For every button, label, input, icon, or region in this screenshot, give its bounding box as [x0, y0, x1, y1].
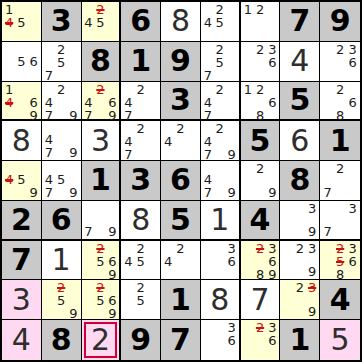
given-digit: 8 — [90, 46, 111, 76]
cell-r8c9[interactable]: 4 — [320, 280, 360, 320]
pencil-marks: 145 — [3, 3, 40, 40]
cell-r1c7[interactable]: 12 — [241, 2, 281, 42]
cell-r5c8[interactable]: 8 — [280, 161, 320, 201]
given-digit: 6 — [130, 6, 151, 36]
candidate: 9 — [306, 305, 318, 318]
candidate: 9 — [266, 186, 278, 199]
cell-r9c5[interactable]: 7 — [161, 320, 201, 360]
candidate: 2 — [174, 242, 186, 255]
cell-r1c4[interactable]: 6 — [121, 2, 161, 42]
candidate: 6 — [346, 96, 359, 109]
candidate: 7 — [83, 109, 95, 122]
candidate: 4 — [43, 173, 55, 186]
candidate: 4 — [162, 135, 174, 148]
cell-r7c5[interactable]: 24 — [161, 241, 201, 281]
pencil-marks: 268 — [321, 83, 359, 119]
cell-r3c9[interactable]: 268 — [320, 82, 360, 122]
cell-r9c1[interactable]: 4 — [2, 320, 42, 360]
candidate: 2 — [55, 83, 67, 96]
candidate: 2 — [254, 162, 266, 175]
candidate: 2 — [55, 43, 67, 56]
cell-r4c4[interactable]: 247 — [121, 121, 161, 161]
cell-r6c9[interactable]: 37 — [320, 201, 360, 241]
candidate: 4 — [162, 255, 174, 268]
pencil-marks: 236 — [321, 43, 359, 80]
given-digit: 6 — [170, 165, 191, 195]
cell-r9c8[interactable]: 1 — [280, 320, 320, 360]
user-digit: 7 — [251, 285, 270, 315]
candidate: 1 — [3, 83, 15, 96]
cell-r7c6[interactable]: 36 — [201, 241, 241, 281]
pencil-marks: 247 — [122, 83, 159, 119]
candidate: 3 — [266, 242, 278, 255]
cell-r4c5[interactable]: 24 — [161, 121, 201, 161]
candidate: 5 — [15, 173, 27, 186]
user-digit: 5 — [331, 325, 350, 355]
pencil-marks: 257 — [202, 43, 238, 80]
candidate: 2 — [334, 162, 347, 175]
candidate-struck: 4 — [3, 16, 15, 29]
cell-r8c3[interactable]: 2569 — [82, 280, 122, 320]
cell-r7c1[interactable]: 7 — [2, 241, 42, 281]
candidate: 4 — [122, 255, 134, 268]
candidate: 1 — [242, 3, 254, 16]
candidate: 6 — [266, 56, 278, 69]
cell-r3c4[interactable]: 247 — [121, 82, 161, 122]
cell-r8c8[interactable]: 239 — [280, 280, 320, 320]
candidate: 5 — [94, 255, 106, 268]
candidate: 5 — [15, 16, 27, 29]
cell-r5c7[interactable]: 29 — [241, 161, 281, 201]
pencil-marks: 1469 — [3, 83, 40, 119]
cell-r6c5[interactable]: 5 — [161, 201, 201, 241]
cell-r7c9[interactable]: 23568 — [320, 241, 360, 281]
candidate: 2 — [254, 3, 266, 16]
cell-r3c1[interactable]: 1469 — [2, 82, 42, 122]
cell-r1c5[interactable]: 8 — [161, 2, 201, 42]
pencil-marks: 257 — [43, 43, 80, 80]
candidate: 7 — [122, 148, 134, 161]
candidate: 7 — [83, 225, 95, 238]
cell-r3c8[interactable]: 5 — [280, 82, 320, 122]
candidate: 4 — [122, 96, 134, 109]
pencil-marks: 247 — [202, 83, 238, 119]
candidate-struck: 2 — [254, 321, 266, 334]
candidate: 2 — [214, 43, 226, 56]
candidate: 5 — [55, 173, 67, 186]
given-digit: 3 — [130, 165, 151, 195]
user-digit: 3 — [12, 285, 31, 315]
sudoku-board: 1453245682451279562578192572364236146924… — [0, 0, 362, 362]
candidate: 9 — [67, 146, 79, 159]
user-digit: 4 — [12, 325, 31, 355]
cell-r3c6[interactable]: 247 — [201, 82, 241, 122]
given-digit: 4 — [330, 285, 351, 315]
pencil-marks: 259 — [43, 281, 80, 318]
user-digit: 6 — [290, 126, 309, 156]
pencil-marks: 36 — [202, 242, 238, 279]
candidate: 4 — [202, 96, 214, 109]
candidate: 3 — [226, 242, 238, 255]
candidate: 9 — [306, 265, 318, 278]
cell-r4c1[interactable]: 8 — [2, 121, 42, 161]
candidate: 1 — [242, 83, 254, 96]
candidate: 9 — [106, 109, 118, 122]
candidate: 4 — [83, 96, 95, 109]
candidate: 4 — [43, 96, 55, 109]
user-digit: 8 — [210, 285, 229, 315]
candidate: 5 — [214, 56, 226, 69]
candidate: 7 — [43, 69, 55, 82]
cell-r7c2[interactable]: 1 — [42, 241, 82, 281]
candidate-struck: 4 — [3, 173, 15, 186]
pencil-marks: 36 — [202, 321, 238, 359]
cell-r1c1[interactable]: 145 — [2, 2, 42, 42]
candidate-struck: 2 — [94, 83, 106, 96]
cell-r6c6[interactable]: 1 — [201, 201, 241, 241]
pencil-marks: 39 — [281, 202, 318, 238]
pencil-marks: 29 — [242, 162, 279, 199]
candidate: 5 — [214, 16, 226, 29]
candidate: 6 — [28, 96, 40, 109]
given-digit: 8 — [289, 165, 310, 195]
cell-r9c9[interactable]: 5 — [320, 320, 360, 360]
user-digit: 1 — [210, 205, 229, 235]
cell-r4c6[interactable]: 2479 — [201, 121, 241, 161]
candidate: 2 — [334, 43, 347, 56]
candidate: 9 — [106, 268, 118, 281]
cell-r3c3[interactable]: 24679 — [82, 82, 122, 122]
candidate: 2 — [214, 83, 226, 96]
cell-r8c7[interactable]: 7 — [241, 280, 281, 320]
cell-r7c4[interactable]: 245 — [121, 241, 161, 281]
pencil-marks: 479 — [202, 162, 238, 199]
given-digit: 7 — [289, 6, 310, 36]
candidate: 9 — [28, 186, 40, 199]
cell-r5c1[interactable]: 459 — [2, 161, 42, 201]
candidate: 5 — [15, 55, 27, 68]
candidate: 6 — [346, 255, 359, 268]
candidate: 7 — [202, 69, 214, 82]
cell-r2c9[interactable]: 236 — [320, 42, 360, 82]
pencil-marks: 24679 — [83, 83, 119, 119]
candidate: 6 — [266, 96, 278, 109]
pencil-marks: 2569 — [83, 242, 119, 279]
candidate: 7 — [202, 148, 214, 161]
cell-r6c2[interactable]: 6 — [42, 201, 82, 241]
cell-r6c1[interactable]: 2 — [2, 201, 42, 241]
cell-r5c2[interactable]: 4579 — [42, 161, 82, 201]
pencil-marks: 239 — [281, 242, 318, 279]
candidate: 7 — [122, 109, 134, 122]
cell-r9c2[interactable]: 8 — [42, 320, 82, 360]
pencil-marks: 79 — [83, 202, 119, 238]
pencil-marks: 239 — [281, 281, 318, 318]
cell-r5c9[interactable]: 27 — [320, 161, 360, 201]
candidate: 9 — [67, 307, 79, 320]
given-digit: 1 — [90, 165, 111, 195]
cell-r2c8[interactable]: 4 — [280, 42, 320, 82]
given-digit: 5 — [289, 85, 310, 115]
candidate: 9 — [226, 148, 238, 161]
candidate: 6 — [346, 56, 359, 69]
given-digit: 4 — [250, 205, 271, 235]
candidate: 3 — [306, 202, 318, 215]
cell-r1c6[interactable]: 245 — [201, 2, 241, 42]
candidate: 2 — [135, 83, 147, 96]
candidate: 9 — [106, 307, 118, 320]
candidate: 5 — [135, 294, 147, 307]
pencil-marks: 2479 — [43, 83, 80, 119]
given-digit: 3 — [51, 6, 72, 36]
pencil-marks: 4579 — [43, 162, 80, 199]
cell-r5c5[interactable]: 6 — [161, 161, 201, 201]
candidate: 4 — [202, 173, 214, 186]
user-digit: 8 — [12, 126, 31, 156]
pencil-marks: 245 — [122, 242, 159, 279]
candidate: 6 — [266, 334, 278, 347]
cell-r8c2[interactable]: 259 — [42, 280, 82, 320]
cell-r1c2[interactable]: 3 — [42, 2, 82, 42]
candidate: 6 — [266, 255, 278, 268]
candidate: 2 — [135, 242, 147, 255]
candidate: 2 — [254, 83, 266, 96]
candidate: 9 — [67, 186, 79, 199]
cell-r2c6[interactable]: 257 — [201, 42, 241, 82]
given-digit: 5 — [250, 126, 271, 156]
cell-r5c6[interactable]: 479 — [201, 161, 241, 201]
given-digit: 8 — [51, 325, 72, 355]
pencil-marks: 247 — [122, 122, 159, 159]
cell-r8c4[interactable]: 25 — [121, 280, 161, 320]
user-digit: 8 — [131, 205, 150, 235]
cell-r9c6[interactable]: 36 — [201, 320, 241, 360]
cell-r1c9[interactable]: 9 — [320, 2, 360, 42]
pencil-marks: 245 — [202, 3, 238, 40]
given-digit: 5 — [170, 205, 191, 235]
given-digit: 9 — [130, 325, 151, 355]
pencil-marks: 12 — [242, 3, 279, 40]
cell-r1c8[interactable]: 7 — [280, 2, 320, 42]
cell-r2c2[interactable]: 257 — [42, 42, 82, 82]
cell-r2c7[interactable]: 236 — [241, 42, 281, 82]
cell-r6c3[interactable]: 79 — [82, 201, 122, 241]
cell-r6c8[interactable]: 39 — [280, 201, 320, 241]
candidate: 9 — [266, 268, 278, 281]
pencil-marks: 236 — [242, 321, 279, 359]
cell-r2c4[interactable]: 1 — [121, 42, 161, 82]
pencil-marks: 245 — [83, 3, 119, 40]
candidate: 2 — [174, 122, 186, 135]
candidate: 2 — [334, 83, 347, 96]
cell-r3c2[interactable]: 2479 — [42, 82, 82, 122]
candidate: 3 — [266, 43, 278, 56]
cell-r6c7[interactable]: 4 — [241, 201, 281, 241]
pencil-marks: 25 — [122, 281, 159, 318]
candidate: 2 — [294, 281, 306, 294]
given-digit: 7 — [170, 325, 191, 355]
candidate-struck: 2 — [94, 242, 106, 255]
candidate: 6 — [28, 55, 40, 68]
candidate-struck: 3 — [306, 281, 318, 294]
user-digit: 1 — [52, 245, 71, 275]
given-digit: 1 — [330, 126, 351, 156]
candidate: 3 — [346, 202, 359, 215]
cell-r5c3[interactable]: 1 — [82, 161, 122, 201]
candidate: 7 — [321, 225, 334, 238]
user-digit: 3 — [91, 126, 110, 156]
cell-r1c3[interactable]: 245 — [82, 2, 122, 42]
candidate: 9 — [28, 109, 40, 122]
candidate: 7 — [43, 109, 55, 122]
cell-r3c7[interactable]: 1268 — [241, 82, 281, 122]
pencil-marks: 23568 — [321, 242, 359, 279]
given-digit: 7 — [11, 245, 32, 275]
cell-r9c4[interactable]: 9 — [121, 320, 161, 360]
cell-r4c8[interactable]: 6 — [280, 121, 320, 161]
candidate: 2 — [135, 122, 147, 135]
cell-r3c5[interactable]: 3 — [161, 82, 201, 122]
pencil-marks: 37 — [321, 202, 359, 238]
pencil-marks: 2569 — [83, 281, 119, 318]
candidate: 8 — [254, 268, 266, 281]
candidate: 5 — [94, 294, 106, 307]
candidate-struck: 2 — [334, 242, 347, 255]
given-digit: 6 — [51, 205, 72, 235]
candidate: 8 — [254, 109, 266, 122]
candidate: 6 — [106, 255, 118, 268]
candidate: 9 — [67, 109, 79, 122]
candidate: 6 — [106, 96, 118, 109]
pencil-marks: 459 — [3, 162, 40, 199]
given-digit: 9 — [330, 6, 351, 36]
pencil-marks: 2479 — [202, 122, 238, 159]
candidate: 2 — [254, 43, 266, 56]
pencil-marks: 1268 — [242, 83, 279, 119]
candidate: 5 — [94, 16, 106, 29]
candidate-struck: 2 — [254, 242, 266, 255]
cell-r8c6[interactable]: 8 — [201, 280, 241, 320]
cell-r4c3[interactable]: 3 — [82, 121, 122, 161]
cell-r6c4[interactable]: 8 — [121, 201, 161, 241]
cell-r9c3[interactable]: 2 — [82, 320, 122, 360]
candidate: 9 — [106, 225, 118, 238]
candidate: 7 — [202, 109, 214, 122]
pencil-marks: 24 — [162, 242, 199, 279]
candidate-struck: 5 — [334, 255, 347, 268]
cell-r7c7[interactable]: 23689 — [241, 241, 281, 281]
candidate: 5 — [135, 255, 147, 268]
candidate: 7 — [43, 146, 55, 159]
candidate: 7 — [202, 186, 214, 199]
given-digit: 1 — [130, 46, 151, 76]
given-digit: 2 — [11, 205, 32, 235]
candidate: 8 — [334, 109, 347, 122]
cell-r2c3[interactable]: 8 — [82, 42, 122, 82]
candidate: 6 — [226, 255, 238, 268]
candidate: 5 — [55, 56, 67, 69]
candidate: 8 — [334, 268, 347, 281]
pencil-marks: 24 — [162, 122, 199, 159]
cell-r2c5[interactable]: 9 — [161, 42, 201, 82]
candidate: 7 — [43, 186, 55, 199]
candidate: 4 — [202, 16, 214, 29]
candidate: 7 — [321, 186, 334, 199]
candidate: 3 — [346, 43, 359, 56]
pencil-marks: 479 — [43, 122, 80, 159]
given-digit: 9 — [170, 46, 191, 76]
cell-r7c3[interactable]: 2569 — [82, 241, 122, 281]
cell-r4c2[interactable]: 479 — [42, 121, 82, 161]
cell-r7c8[interactable]: 239 — [280, 241, 320, 281]
cell-r9c7[interactable]: 236 — [241, 320, 281, 360]
pencil-marks: 56 — [3, 43, 40, 80]
candidate-struck: 4 — [3, 96, 15, 109]
cell-r8c5[interactable]: 1 — [161, 280, 201, 320]
cell-r5c4[interactable]: 3 — [121, 161, 161, 201]
pencil-marks: 27 — [321, 162, 359, 199]
candidate: 6 — [226, 334, 238, 347]
cell-r8c1[interactable]: 3 — [2, 280, 42, 320]
candidate: 3 — [306, 242, 318, 255]
given-digit: 3 — [170, 85, 191, 115]
pencil-marks: 236 — [242, 43, 279, 80]
candidate: 9 — [306, 225, 318, 238]
user-digit: 2 — [91, 325, 110, 355]
candidate: 2 — [214, 122, 226, 135]
candidate: 3 — [346, 242, 359, 255]
candidate: 4 — [83, 16, 95, 29]
given-digit: 1 — [170, 285, 191, 315]
cell-r2c1[interactable]: 56 — [2, 42, 42, 82]
candidate: 5 — [55, 294, 67, 307]
candidate: 9 — [226, 186, 238, 199]
cell-r4c7[interactable]: 5 — [241, 121, 281, 161]
cell-r4c9[interactable]: 1 — [320, 121, 360, 161]
candidate: 2 — [294, 242, 306, 255]
user-digit: 8 — [171, 6, 190, 36]
given-digit: 1 — [289, 325, 310, 355]
pencil-marks: 23689 — [242, 242, 279, 279]
user-digit: 4 — [290, 46, 309, 76]
